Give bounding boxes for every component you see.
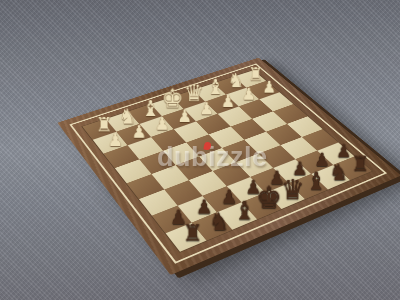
board-square [266,124,302,145]
board-square [196,114,231,135]
board-square [174,121,209,142]
board-square: ♟ [246,81,279,99]
white-queen: ♛ [182,81,207,105]
white-knight: ♞ [115,107,141,128]
board-square [252,111,287,131]
board-square: ♞ [214,77,247,95]
board-square [273,104,308,124]
board-inlay-frame: ♜♞♝♚♛♝♞♜♟♟♟♟♟♟♟♟♟♟♟♟♟♟♟♟♜♞♝♚♛♝♞♜ [69,64,387,264]
board-square [231,119,266,140]
listing-photo: ♜♞♝♚♛♝♞♜♟♟♟♟♟♟♟♟♟♟♟♟♟♟♟♟♜♞♝♚♛♝♞♜ dubizzl… [0,0,400,300]
board-square: ♝ [193,83,226,101]
board-square: ♜ [234,70,266,88]
white-bishop: ♝ [138,98,163,119]
board-square [259,92,293,111]
board-square: ♝ [128,104,162,124]
white-rook: ♜ [91,115,117,135]
board-square: ♞ [106,111,140,131]
white-pawn: ♟ [172,108,197,125]
white-pawn: ♟ [102,131,128,149]
board-square [186,134,222,156]
board-square: ♟ [140,116,174,137]
white-pawn: ♟ [216,93,241,110]
board-square [151,129,186,151]
board-square [280,137,317,159]
chess-board-grid: ♜♞♝♚♛♝♞♜♟♟♟♟♟♟♟♟♟♟♟♟♟♟♟♟♜♞♝♚♛♝♞♜ [82,70,371,252]
board-square [287,116,323,137]
chess-board: ♜♞♝♚♛♝♞♜♟♟♟♟♟♟♟♟♟♟♟♟♟♟♟♟♜♞♝♚♛♝♞♜ [57,58,400,275]
white-pawn: ♟ [149,115,175,132]
board-square [218,106,252,126]
board-square: ♚ [151,97,184,116]
white-pawn: ♟ [194,100,219,117]
board-square: ♟ [205,95,239,114]
white-pawn: ♟ [257,79,281,95]
white-rook: ♜ [244,65,268,83]
white-pawn: ♟ [237,86,261,102]
board-square: ♜ [333,156,371,180]
board-square [302,129,338,151]
scene: ♜♞♝♚♛♝♞♜♟♟♟♟♟♟♟♟♟♟♟♟♟♟♟♟♜♞♝♚♛♝♞♜ [0,0,400,300]
white-king: ♚ [160,86,185,112]
board-square: ♟ [184,102,218,122]
black-rook: ♜ [347,154,375,175]
white-pawn: ♟ [126,123,152,140]
board-square: ♟ [116,124,151,145]
board-square [209,127,245,148]
white-knight: ♞ [224,71,248,91]
board-square: ♟ [226,88,259,107]
board-square: ♟ [162,109,196,129]
white-bishop: ♝ [203,77,227,98]
board-square: ♛ [172,90,205,109]
board-square: ♜ [82,119,116,140]
board-square [239,99,273,119]
